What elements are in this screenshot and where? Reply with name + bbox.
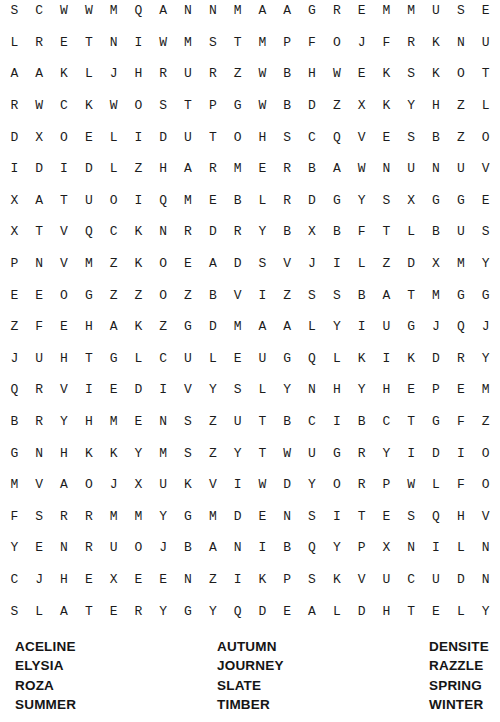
grid-cell-r18c3[interactable]: N: [52, 532, 77, 564]
grid-cell-r6c4[interactable]: D: [76, 153, 101, 185]
grid-cell-r5c8[interactable]: U: [176, 121, 201, 153]
grid-cell-r19c4[interactable]: E: [76, 564, 101, 596]
grid-cell-r1c14[interactable]: R: [324, 0, 349, 27]
grid-cell-r2c2[interactable]: R: [27, 27, 52, 59]
grid-cell-r3c10[interactable]: Z: [225, 58, 250, 90]
grid-cell-r10c8[interactable]: Z: [176, 279, 201, 311]
grid-cell-r18c1[interactable]: Y: [2, 532, 27, 564]
grid-cell-r8c1[interactable]: X: [2, 216, 27, 248]
grid-cell-r18c4[interactable]: R: [76, 532, 101, 564]
grid-cell-r18c20[interactable]: N: [473, 532, 498, 564]
grid-cell-r6c5[interactable]: L: [101, 153, 126, 185]
grid-cell-r1c16[interactable]: M: [374, 0, 399, 27]
grid-cell-r19c15[interactable]: V: [349, 564, 374, 596]
grid-cell-r12c16[interactable]: I: [374, 343, 399, 375]
grid-cell-r15c17[interactable]: I: [399, 437, 424, 469]
grid-cell-r4c18[interactable]: H: [424, 90, 449, 122]
grid-cell-r7c2[interactable]: A: [27, 185, 52, 217]
grid-cell-r14c12[interactable]: B: [275, 406, 300, 438]
grid-cell-r4c3[interactable]: C: [52, 90, 77, 122]
grid-cell-r15c4[interactable]: K: [76, 437, 101, 469]
grid-cell-r18c19[interactable]: L: [448, 532, 473, 564]
grid-cell-r9c13[interactable]: J: [300, 248, 325, 280]
grid-cell-r13c6[interactable]: D: [126, 374, 151, 406]
grid-cell-r11c14[interactable]: Y: [324, 311, 349, 343]
grid-cell-r20c14[interactable]: L: [324, 595, 349, 627]
grid-cell-r7c16[interactable]: S: [374, 185, 399, 217]
grid-cell-r6c12[interactable]: R: [275, 153, 300, 185]
grid-cell-r3c11[interactable]: W: [250, 58, 275, 90]
grid-cell-r10c1[interactable]: E: [2, 279, 27, 311]
grid-cell-r16c8[interactable]: K: [176, 469, 201, 501]
grid-cell-r10c4[interactable]: G: [76, 279, 101, 311]
grid-cell-r17c12[interactable]: N: [275, 501, 300, 533]
grid-cell-r14c14[interactable]: I: [324, 406, 349, 438]
grid-cell-r14c17[interactable]: T: [399, 406, 424, 438]
grid-cell-r11c9[interactable]: D: [200, 311, 225, 343]
grid-cell-r5c12[interactable]: S: [275, 121, 300, 153]
grid-cell-r3c7[interactable]: R: [151, 58, 176, 90]
grid-cell-r2c19[interactable]: N: [448, 27, 473, 59]
grid-cell-r19c12[interactable]: P: [275, 564, 300, 596]
grid-cell-r11c5[interactable]: A: [101, 311, 126, 343]
grid-cell-r2c12[interactable]: P: [275, 27, 300, 59]
grid-cell-r14c20[interactable]: Z: [473, 406, 498, 438]
grid-cell-r4c16[interactable]: K: [374, 90, 399, 122]
grid-cell-r10c9[interactable]: B: [200, 279, 225, 311]
grid-cell-r9c20[interactable]: Y: [473, 248, 498, 280]
grid-cell-r12c6[interactable]: L: [126, 343, 151, 375]
grid-cell-r1c3[interactable]: W: [52, 0, 77, 27]
grid-cell-r10c18[interactable]: M: [424, 279, 449, 311]
grid-cell-r6c6[interactable]: Z: [126, 153, 151, 185]
grid-cell-r15c13[interactable]: U: [300, 437, 325, 469]
grid-cell-r6c13[interactable]: B: [300, 153, 325, 185]
grid-cell-r4c13[interactable]: D: [300, 90, 325, 122]
grid-cell-r10c6[interactable]: Z: [126, 279, 151, 311]
grid-cell-r9c5[interactable]: Z: [101, 248, 126, 280]
grid-cell-r13c15[interactable]: Y: [349, 374, 374, 406]
grid-cell-r3c16[interactable]: K: [374, 58, 399, 90]
grid-cell-r8c15[interactable]: F: [349, 216, 374, 248]
grid-cell-r2c1[interactable]: L: [2, 27, 27, 59]
grid-cell-r1c20[interactable]: E: [473, 0, 498, 27]
grid-cell-r6c14[interactable]: A: [324, 153, 349, 185]
grid-cell-r16c20[interactable]: O: [473, 469, 498, 501]
grid-cell-r14c19[interactable]: F: [448, 406, 473, 438]
grid-cell-r11c6[interactable]: K: [126, 311, 151, 343]
grid-cell-r12c7[interactable]: C: [151, 343, 176, 375]
grid-cell-r19c1[interactable]: C: [2, 564, 27, 596]
grid-cell-r6c15[interactable]: W: [349, 153, 374, 185]
grid-cell-r4c6[interactable]: O: [126, 90, 151, 122]
grid-cell-r2c13[interactable]: F: [300, 27, 325, 59]
grid-cell-r19c9[interactable]: Z: [200, 564, 225, 596]
grid-cell-r8c10[interactable]: R: [225, 216, 250, 248]
grid-cell-r5c5[interactable]: L: [101, 121, 126, 153]
grid-cell-r18c11[interactable]: I: [250, 532, 275, 564]
grid-cell-r4c19[interactable]: Z: [448, 90, 473, 122]
grid-cell-r4c4[interactable]: K: [76, 90, 101, 122]
grid-cell-r13c14[interactable]: H: [324, 374, 349, 406]
grid-cell-r2c9[interactable]: S: [200, 27, 225, 59]
grid-cell-r7c8[interactable]: M: [176, 185, 201, 217]
grid-cell-r12c18[interactable]: D: [424, 343, 449, 375]
grid-cell-r2c16[interactable]: F: [374, 27, 399, 59]
grid-cell-r8c17[interactable]: L: [399, 216, 424, 248]
grid-cell-r5c2[interactable]: X: [27, 121, 52, 153]
grid-cell-r18c18[interactable]: I: [424, 532, 449, 564]
grid-cell-r5c6[interactable]: I: [126, 121, 151, 153]
grid-cell-r10c5[interactable]: Z: [101, 279, 126, 311]
grid-cell-r2c20[interactable]: U: [473, 27, 498, 59]
grid-cell-r16c15[interactable]: R: [349, 469, 374, 501]
grid-cell-r4c2[interactable]: W: [27, 90, 52, 122]
grid-cell-r7c14[interactable]: G: [324, 185, 349, 217]
grid-cell-r11c19[interactable]: Q: [448, 311, 473, 343]
grid-cell-r5c10[interactable]: O: [225, 121, 250, 153]
grid-cell-r18c7[interactable]: J: [151, 532, 176, 564]
grid-cell-r6c18[interactable]: N: [424, 153, 449, 185]
grid-cell-r14c7[interactable]: N: [151, 406, 176, 438]
grid-cell-r3c20[interactable]: T: [473, 58, 498, 90]
grid-cell-r17c18[interactable]: Q: [424, 501, 449, 533]
grid-cell-r16c10[interactable]: I: [225, 469, 250, 501]
grid-cell-r18c8[interactable]: B: [176, 532, 201, 564]
grid-cell-r8c16[interactable]: T: [374, 216, 399, 248]
grid-cell-r11c2[interactable]: F: [27, 311, 52, 343]
grid-cell-r9c12[interactable]: V: [275, 248, 300, 280]
grid-cell-r5c13[interactable]: C: [300, 121, 325, 153]
grid-cell-r3c12[interactable]: B: [275, 58, 300, 90]
grid-cell-r3c2[interactable]: A: [27, 58, 52, 90]
grid-cell-r8c3[interactable]: V: [52, 216, 77, 248]
grid-cell-r7c3[interactable]: T: [52, 185, 77, 217]
grid-cell-r5c9[interactable]: T: [200, 121, 225, 153]
grid-cell-r15c15[interactable]: R: [349, 437, 374, 469]
grid-cell-r16c11[interactable]: W: [250, 469, 275, 501]
grid-cell-r2c3[interactable]: E: [52, 27, 77, 59]
grid-cell-r3c3[interactable]: K: [52, 58, 77, 90]
grid-cell-r3c15[interactable]: E: [349, 58, 374, 90]
grid-cell-r17c20[interactable]: V: [473, 501, 498, 533]
grid-cell-r13c7[interactable]: I: [151, 374, 176, 406]
grid-cell-r3c8[interactable]: U: [176, 58, 201, 90]
grid-cell-r20c20[interactable]: Y: [473, 595, 498, 627]
grid-cell-r14c18[interactable]: G: [424, 406, 449, 438]
grid-cell-r4c10[interactable]: G: [225, 90, 250, 122]
grid-cell-r10c17[interactable]: T: [399, 279, 424, 311]
grid-cell-r16c16[interactable]: P: [374, 469, 399, 501]
grid-cell-r15c8[interactable]: S: [176, 437, 201, 469]
grid-cell-r8c9[interactable]: D: [200, 216, 225, 248]
grid-cell-r13c8[interactable]: V: [176, 374, 201, 406]
grid-cell-r1c7[interactable]: A: [151, 0, 176, 27]
grid-cell-r18c15[interactable]: P: [349, 532, 374, 564]
grid-cell-r16c1[interactable]: M: [2, 469, 27, 501]
grid-cell-r6c7[interactable]: H: [151, 153, 176, 185]
grid-cell-r1c11[interactable]: A: [250, 0, 275, 27]
grid-cell-r14c4[interactable]: H: [76, 406, 101, 438]
grid-cell-r14c13[interactable]: C: [300, 406, 325, 438]
grid-cell-r4c8[interactable]: T: [176, 90, 201, 122]
grid-cell-r9c14[interactable]: I: [324, 248, 349, 280]
grid-cell-r16c7[interactable]: U: [151, 469, 176, 501]
grid-cell-r9c15[interactable]: L: [349, 248, 374, 280]
grid-cell-r1c9[interactable]: N: [200, 0, 225, 27]
grid-cell-r9c9[interactable]: A: [200, 248, 225, 280]
grid-cell-r17c2[interactable]: S: [27, 501, 52, 533]
grid-cell-r6c9[interactable]: R: [200, 153, 225, 185]
grid-cell-r4c7[interactable]: S: [151, 90, 176, 122]
grid-cell-r16c14[interactable]: O: [324, 469, 349, 501]
grid-cell-r11c12[interactable]: A: [275, 311, 300, 343]
grid-cell-r10c20[interactable]: G: [473, 279, 498, 311]
grid-cell-r11c10[interactable]: M: [225, 311, 250, 343]
grid-cell-r5c3[interactable]: O: [52, 121, 77, 153]
grid-cell-r12c17[interactable]: K: [399, 343, 424, 375]
grid-cell-r5c19[interactable]: Z: [448, 121, 473, 153]
grid-cell-r7c9[interactable]: E: [200, 185, 225, 217]
grid-cell-r19c19[interactable]: D: [448, 564, 473, 596]
grid-cell-r17c3[interactable]: R: [52, 501, 77, 533]
grid-cell-r11c11[interactable]: A: [250, 311, 275, 343]
grid-cell-r7c20[interactable]: E: [473, 185, 498, 217]
grid-cell-r13c3[interactable]: V: [52, 374, 77, 406]
grid-cell-r20c15[interactable]: D: [349, 595, 374, 627]
grid-cell-r15c20[interactable]: O: [473, 437, 498, 469]
grid-cell-r12c1[interactable]: J: [2, 343, 27, 375]
grid-cell-r12c10[interactable]: E: [225, 343, 250, 375]
grid-cell-r17c17[interactable]: S: [399, 501, 424, 533]
grid-cell-r16c3[interactable]: A: [52, 469, 77, 501]
grid-cell-r15c5[interactable]: K: [101, 437, 126, 469]
grid-cell-r13c11[interactable]: L: [250, 374, 275, 406]
grid-cell-r15c18[interactable]: D: [424, 437, 449, 469]
grid-cell-r8c5[interactable]: C: [101, 216, 126, 248]
grid-cell-r11c3[interactable]: E: [52, 311, 77, 343]
grid-cell-r7c15[interactable]: Y: [349, 185, 374, 217]
grid-cell-r13c1[interactable]: Q: [2, 374, 27, 406]
grid-cell-r16c17[interactable]: W: [399, 469, 424, 501]
grid-cell-r17c8[interactable]: G: [176, 501, 201, 533]
grid-cell-r13c12[interactable]: Y: [275, 374, 300, 406]
grid-cell-r9c2[interactable]: N: [27, 248, 52, 280]
grid-cell-r12c20[interactable]: Y: [473, 343, 498, 375]
grid-cell-r20c11[interactable]: D: [250, 595, 275, 627]
grid-cell-r7c5[interactable]: O: [101, 185, 126, 217]
grid-cell-r3c17[interactable]: S: [399, 58, 424, 90]
grid-cell-r9c19[interactable]: M: [448, 248, 473, 280]
grid-cell-r9c3[interactable]: V: [52, 248, 77, 280]
grid-cell-r17c6[interactable]: M: [126, 501, 151, 533]
grid-cell-r12c2[interactable]: U: [27, 343, 52, 375]
grid-cell-r11c7[interactable]: Z: [151, 311, 176, 343]
grid-cell-r1c15[interactable]: E: [349, 0, 374, 27]
grid-cell-r7c19[interactable]: G: [448, 185, 473, 217]
grid-cell-r11c20[interactable]: J: [473, 311, 498, 343]
grid-cell-r16c9[interactable]: V: [200, 469, 225, 501]
grid-cell-r7c17[interactable]: X: [399, 185, 424, 217]
grid-cell-r6c10[interactable]: M: [225, 153, 250, 185]
grid-cell-r10c19[interactable]: G: [448, 279, 473, 311]
grid-cell-r16c12[interactable]: D: [275, 469, 300, 501]
grid-cell-r19c5[interactable]: X: [101, 564, 126, 596]
grid-cell-r5c11[interactable]: H: [250, 121, 275, 153]
grid-cell-r14c3[interactable]: Y: [52, 406, 77, 438]
grid-cell-r4c5[interactable]: W: [101, 90, 126, 122]
grid-cell-r13c2[interactable]: R: [27, 374, 52, 406]
grid-cell-r2c15[interactable]: J: [349, 27, 374, 59]
grid-cell-r2c6[interactable]: I: [126, 27, 151, 59]
grid-cell-r8c8[interactable]: R: [176, 216, 201, 248]
grid-cell-r20c2[interactable]: L: [27, 595, 52, 627]
grid-cell-r6c16[interactable]: N: [374, 153, 399, 185]
grid-cell-r2c7[interactable]: W: [151, 27, 176, 59]
grid-cell-r18c13[interactable]: Q: [300, 532, 325, 564]
grid-cell-r12c19[interactable]: R: [448, 343, 473, 375]
grid-cell-r12c13[interactable]: Q: [300, 343, 325, 375]
grid-cell-r13c17[interactable]: E: [399, 374, 424, 406]
grid-cell-r5c17[interactable]: S: [399, 121, 424, 153]
grid-cell-r18c9[interactable]: A: [200, 532, 225, 564]
grid-cell-r1c2[interactable]: C: [27, 0, 52, 27]
grid-cell-r20c18[interactable]: E: [424, 595, 449, 627]
grid-cell-r2c14[interactable]: O: [324, 27, 349, 59]
grid-cell-r13c5[interactable]: E: [101, 374, 126, 406]
grid-cell-r20c16[interactable]: H: [374, 595, 399, 627]
grid-cell-r2c5[interactable]: N: [101, 27, 126, 59]
grid-cell-r8c20[interactable]: S: [473, 216, 498, 248]
grid-cell-r19c7[interactable]: E: [151, 564, 176, 596]
grid-cell-r12c15[interactable]: K: [349, 343, 374, 375]
grid-cell-r19c11[interactable]: K: [250, 564, 275, 596]
grid-cell-r8c12[interactable]: B: [275, 216, 300, 248]
grid-cell-r15c11[interactable]: T: [250, 437, 275, 469]
grid-cell-r18c10[interactable]: N: [225, 532, 250, 564]
grid-cell-r18c12[interactable]: B: [275, 532, 300, 564]
grid-cell-r3c4[interactable]: L: [76, 58, 101, 90]
grid-cell-r7c18[interactable]: G: [424, 185, 449, 217]
grid-cell-r10c15[interactable]: B: [349, 279, 374, 311]
grid-cell-r2c11[interactable]: M: [250, 27, 275, 59]
grid-cell-r9c6[interactable]: K: [126, 248, 151, 280]
grid-cell-r20c3[interactable]: A: [52, 595, 77, 627]
grid-cell-r8c7[interactable]: N: [151, 216, 176, 248]
grid-cell-r14c6[interactable]: E: [126, 406, 151, 438]
grid-cell-r15c1[interactable]: G: [2, 437, 27, 469]
grid-cell-r17c7[interactable]: Y: [151, 501, 176, 533]
grid-cell-r20c19[interactable]: L: [448, 595, 473, 627]
grid-cell-r14c1[interactable]: B: [2, 406, 27, 438]
grid-cell-r16c13[interactable]: Y: [300, 469, 325, 501]
grid-cell-r2c17[interactable]: R: [399, 27, 424, 59]
grid-cell-r17c1[interactable]: F: [2, 501, 27, 533]
grid-cell-r6c8[interactable]: A: [176, 153, 201, 185]
grid-cell-r15c9[interactable]: Z: [200, 437, 225, 469]
grid-cell-r18c6[interactable]: O: [126, 532, 151, 564]
grid-cell-r16c2[interactable]: V: [27, 469, 52, 501]
grid-cell-r1c19[interactable]: S: [448, 0, 473, 27]
grid-cell-r11c8[interactable]: G: [176, 311, 201, 343]
grid-cell-r12c14[interactable]: L: [324, 343, 349, 375]
grid-cell-r13c13[interactable]: N: [300, 374, 325, 406]
grid-cell-r19c20[interactable]: N: [473, 564, 498, 596]
grid-cell-r10c10[interactable]: V: [225, 279, 250, 311]
grid-cell-r4c12[interactable]: B: [275, 90, 300, 122]
grid-cell-r17c19[interactable]: H: [448, 501, 473, 533]
grid-cell-r4c20[interactable]: L: [473, 90, 498, 122]
grid-cell-r20c7[interactable]: Y: [151, 595, 176, 627]
grid-cell-r15c6[interactable]: Y: [126, 437, 151, 469]
grid-cell-r3c9[interactable]: R: [200, 58, 225, 90]
grid-cell-r16c18[interactable]: L: [424, 469, 449, 501]
grid-cell-r1c1[interactable]: S: [2, 0, 27, 27]
grid-cell-r10c16[interactable]: A: [374, 279, 399, 311]
grid-cell-r10c7[interactable]: O: [151, 279, 176, 311]
grid-cell-r5c18[interactable]: B: [424, 121, 449, 153]
grid-cell-r11c13[interactable]: L: [300, 311, 325, 343]
grid-cell-r14c8[interactable]: S: [176, 406, 201, 438]
grid-cell-r15c16[interactable]: Y: [374, 437, 399, 469]
grid-cell-r20c8[interactable]: G: [176, 595, 201, 627]
grid-cell-r2c8[interactable]: M: [176, 27, 201, 59]
grid-cell-r7c10[interactable]: B: [225, 185, 250, 217]
grid-cell-r19c13[interactable]: S: [300, 564, 325, 596]
grid-cell-r17c11[interactable]: E: [250, 501, 275, 533]
grid-cell-r10c2[interactable]: E: [27, 279, 52, 311]
grid-cell-r15c12[interactable]: W: [275, 437, 300, 469]
grid-cell-r11c15[interactable]: I: [349, 311, 374, 343]
grid-cell-r14c5[interactable]: M: [101, 406, 126, 438]
grid-cell-r9c7[interactable]: O: [151, 248, 176, 280]
grid-cell-r5c4[interactable]: E: [76, 121, 101, 153]
grid-cell-r1c10[interactable]: M: [225, 0, 250, 27]
grid-cell-r12c12[interactable]: G: [275, 343, 300, 375]
grid-cell-r1c18[interactable]: U: [424, 0, 449, 27]
grid-cell-r19c17[interactable]: C: [399, 564, 424, 596]
grid-cell-r17c15[interactable]: T: [349, 501, 374, 533]
grid-cell-r18c5[interactable]: U: [101, 532, 126, 564]
grid-cell-r15c3[interactable]: H: [52, 437, 77, 469]
grid-cell-r6c20[interactable]: V: [473, 153, 498, 185]
grid-cell-r12c11[interactable]: U: [250, 343, 275, 375]
grid-cell-r20c17[interactable]: T: [399, 595, 424, 627]
grid-cell-r13c18[interactable]: P: [424, 374, 449, 406]
grid-cell-r4c14[interactable]: Z: [324, 90, 349, 122]
grid-cell-r5c1[interactable]: D: [2, 121, 27, 153]
grid-cell-r18c17[interactable]: N: [399, 532, 424, 564]
grid-cell-r10c3[interactable]: O: [52, 279, 77, 311]
grid-cell-r9c16[interactable]: Z: [374, 248, 399, 280]
grid-cell-r20c9[interactable]: Y: [200, 595, 225, 627]
grid-cell-r1c13[interactable]: G: [300, 0, 325, 27]
grid-cell-r6c17[interactable]: U: [399, 153, 424, 185]
grid-cell-r19c10[interactable]: I: [225, 564, 250, 596]
grid-cell-r13c4[interactable]: I: [76, 374, 101, 406]
grid-cell-r11c16[interactable]: U: [374, 311, 399, 343]
grid-cell-r14c9[interactable]: Z: [200, 406, 225, 438]
grid-cell-r13c9[interactable]: Y: [200, 374, 225, 406]
grid-cell-r17c4[interactable]: R: [76, 501, 101, 533]
grid-cell-r3c14[interactable]: W: [324, 58, 349, 90]
grid-cell-r16c19[interactable]: F: [448, 469, 473, 501]
grid-cell-r3c1[interactable]: A: [2, 58, 27, 90]
grid-cell-r13c10[interactable]: S: [225, 374, 250, 406]
grid-cell-r12c5[interactable]: G: [101, 343, 126, 375]
grid-cell-r9c1[interactable]: P: [2, 248, 27, 280]
grid-cell-r8c18[interactable]: B: [424, 216, 449, 248]
